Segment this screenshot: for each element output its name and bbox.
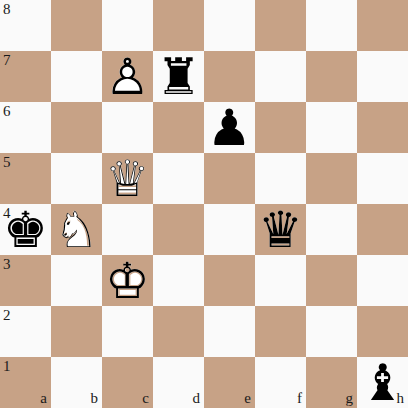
square-c8[interactable] [102,0,153,51]
file-label-e: e [244,391,251,406]
square-d6[interactable] [153,102,204,153]
rank-label-1: 1 [3,359,11,374]
file-label-a: a [40,391,47,406]
square-b7[interactable] [51,51,102,102]
file-label-b: b [91,391,99,406]
square-f6[interactable] [255,102,306,153]
rank-label-5: 5 [3,155,11,170]
square-b6[interactable] [51,102,102,153]
square-h5[interactable] [357,153,408,204]
piece-glyph: ♔ [102,255,153,306]
square-b3[interactable] [51,255,102,306]
piece-glyph: ♜ [153,51,204,102]
square-c3[interactable]: ♚♔ [102,255,153,306]
square-h2[interactable] [357,306,408,357]
square-e2[interactable] [204,306,255,357]
square-a8[interactable]: 8 [0,0,51,51]
square-g1[interactable]: g [306,357,357,408]
piece-glyph: ♛ [255,204,306,255]
square-h4[interactable] [357,204,408,255]
square-b2[interactable] [51,306,102,357]
square-c7[interactable]: ♟♙ [102,51,153,102]
square-e3[interactable] [204,255,255,306]
piece-glyph: ♕ [102,153,153,204]
piece-glyph: ♘ [51,204,102,255]
square-b8[interactable] [51,0,102,51]
file-label-d: d [193,391,201,406]
piece-glyph: ♝ [357,357,408,408]
piece-black-rook-d7[interactable]: ♜♜ [153,51,204,102]
square-g3[interactable] [306,255,357,306]
square-c5[interactable]: ♛♕ [102,153,153,204]
square-c6[interactable] [102,102,153,153]
rank-label-2: 2 [3,308,11,323]
file-label-c: c [142,391,149,406]
square-a7[interactable]: 7 [0,51,51,102]
piece-white-pawn-c7[interactable]: ♟♙ [102,51,153,102]
square-e8[interactable] [204,0,255,51]
square-g4[interactable] [306,204,357,255]
square-h6[interactable] [357,102,408,153]
square-c4[interactable] [102,204,153,255]
square-d3[interactable] [153,255,204,306]
square-d1[interactable]: d [153,357,204,408]
square-h7[interactable] [357,51,408,102]
square-d4[interactable] [153,204,204,255]
chess-board: 87♟♙♜♜6♟♟5♛♕4♚♚♞♘♛♛3♚♔21abcdefgh♝♝ [0,0,408,408]
piece-black-bishop-h1[interactable]: ♝♝ [357,357,408,408]
square-c1[interactable]: c [102,357,153,408]
piece-black-pawn-e6[interactable]: ♟♟ [204,102,255,153]
square-f8[interactable] [255,0,306,51]
square-h8[interactable] [357,0,408,51]
square-e4[interactable] [204,204,255,255]
file-label-g: g [346,391,354,406]
square-a1[interactable]: 1a [0,357,51,408]
square-a5[interactable]: 5 [0,153,51,204]
rank-label-3: 3 [3,257,11,272]
piece-glyph: ♟ [204,102,255,153]
square-f2[interactable] [255,306,306,357]
rank-label-7: 7 [3,53,11,68]
piece-black-queen-f4[interactable]: ♛♛ [255,204,306,255]
file-label-f: f [297,391,302,406]
square-a2[interactable]: 2 [0,306,51,357]
square-d5[interactable] [153,153,204,204]
square-h3[interactable] [357,255,408,306]
square-e6[interactable]: ♟♟ [204,102,255,153]
piece-white-knight-b4[interactable]: ♞♘ [51,204,102,255]
square-f5[interactable] [255,153,306,204]
piece-black-king-a4[interactable]: ♚♚ [0,204,51,255]
square-c2[interactable] [102,306,153,357]
piece-white-king-c3[interactable]: ♚♔ [102,255,153,306]
square-h1[interactable]: h♝♝ [357,357,408,408]
square-a3[interactable]: 3 [0,255,51,306]
square-d7[interactable]: ♜♜ [153,51,204,102]
square-b1[interactable]: b [51,357,102,408]
square-f3[interactable] [255,255,306,306]
square-a6[interactable]: 6 [0,102,51,153]
square-e1[interactable]: e [204,357,255,408]
square-f1[interactable]: f [255,357,306,408]
square-b4[interactable]: ♞♘ [51,204,102,255]
square-d8[interactable] [153,0,204,51]
square-e5[interactable] [204,153,255,204]
square-b5[interactable] [51,153,102,204]
piece-glyph: ♙ [102,51,153,102]
square-e7[interactable] [204,51,255,102]
rank-label-8: 8 [3,2,11,17]
square-g2[interactable] [306,306,357,357]
square-d2[interactable] [153,306,204,357]
square-g5[interactable] [306,153,357,204]
square-a4[interactable]: 4♚♚ [0,204,51,255]
square-g8[interactable] [306,0,357,51]
square-g6[interactable] [306,102,357,153]
piece-glyph: ♚ [0,204,51,255]
square-f4[interactable]: ♛♛ [255,204,306,255]
square-f7[interactable] [255,51,306,102]
piece-white-queen-c5[interactable]: ♛♕ [102,153,153,204]
square-g7[interactable] [306,51,357,102]
rank-label-6: 6 [3,104,11,119]
